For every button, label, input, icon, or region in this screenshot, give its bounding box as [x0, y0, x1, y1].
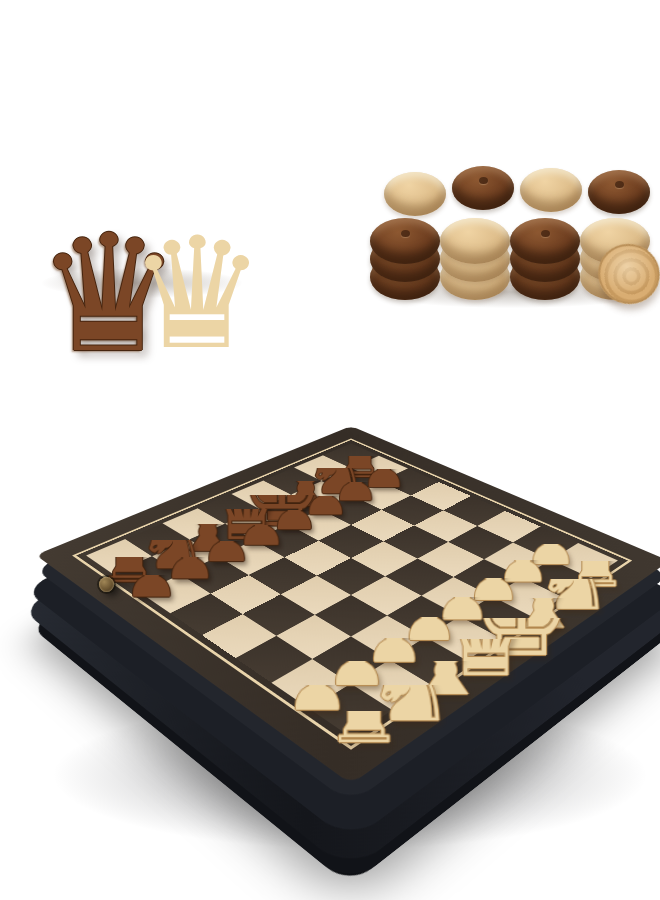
checkers-set: [368, 156, 660, 306]
checker-dark-disc: [370, 218, 440, 264]
checker-light-disc: [384, 172, 446, 216]
product-photo: ♛♛ ♜♞♝♛♚♝♞♜♟♟♟♟♟♟♟♟♟♟♟♟♟♟♟♟♜♞♝♛♚♝♞♜: [0, 0, 660, 900]
checker-light-disc: [440, 218, 510, 264]
chess-board-zone: ♜♞♝♛♚♝♞♜♟♟♟♟♟♟♟♟♟♟♟♟♟♟♟♟♜♞♝♛♚♝♞♜: [0, 318, 660, 878]
checker-light-disc: [520, 168, 582, 212]
square-a7: ♟: [113, 556, 181, 593]
checker-stack: [370, 218, 440, 300]
board-frame: ♜♞♝♛♚♝♞♜♟♟♟♟♟♟♟♟♟♟♟♟♟♟♟♟♜♞♝♛♚♝♞♜: [36, 426, 660, 784]
square-b6: [181, 557, 249, 594]
board-case: ♜♞♝♛♚♝♞♜♟♟♟♟♟♟♟♟♟♟♟♟♟♟♟♟♜♞♝♛♚♝♞♜: [36, 426, 660, 784]
checker-stack: [440, 218, 510, 300]
checker-dark-disc: [588, 170, 650, 214]
checker-hole: [479, 177, 488, 184]
checker-dark-disc: [510, 218, 580, 264]
drawer-knob: [99, 577, 114, 592]
display-pieces-group: ♛♛: [30, 118, 290, 296]
checker-hole: [401, 230, 410, 237]
checker-hole: [615, 181, 624, 188]
checker-hole: [541, 230, 550, 237]
checker-dark-disc: [452, 166, 514, 210]
checker-stack: [510, 218, 580, 300]
